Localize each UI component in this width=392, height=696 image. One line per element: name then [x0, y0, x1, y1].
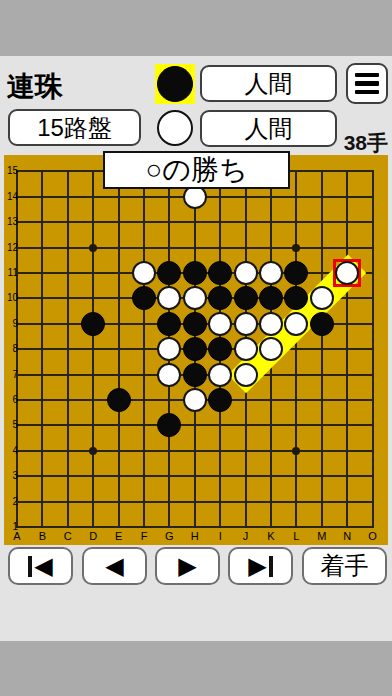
- grid-line-h: [16, 501, 374, 503]
- jump-to-start-button[interactable]: ◀: [8, 547, 73, 585]
- app-title: 連珠: [7, 68, 63, 106]
- black-player-type-button[interactable]: 人間: [200, 65, 337, 102]
- black-stone-I6: [208, 388, 232, 412]
- row-label-9: 9: [4, 318, 18, 330]
- black-player-turn-highlight[interactable]: [155, 64, 195, 104]
- white-stone-J9: [234, 312, 258, 336]
- grid-line-v: [372, 170, 374, 528]
- row-label-4: 4: [4, 445, 18, 457]
- win-banner: ○の勝ち: [103, 151, 290, 189]
- white-stone-K9: [259, 312, 283, 336]
- black-stone-icon: [157, 66, 193, 102]
- move-counter: 38手: [330, 129, 388, 157]
- black-stone-E6: [107, 388, 131, 412]
- white-player-type-button[interactable]: 人間: [200, 110, 337, 147]
- row-label-2: 2: [4, 496, 18, 508]
- white-stone-icon[interactable]: [157, 110, 193, 146]
- column-label-E: E: [109, 530, 129, 542]
- black-stone-F10: [132, 286, 156, 310]
- black-stone-J10: [234, 286, 258, 310]
- game-board[interactable]: 151413121110987654321ABCDEFGHIJKLMNO: [4, 155, 388, 545]
- column-label-K: K: [261, 530, 281, 542]
- step-back-button[interactable]: ◀: [82, 547, 147, 585]
- play-move-button[interactable]: 着手: [302, 547, 387, 585]
- bottom-background-band: [0, 641, 392, 696]
- bar-icon: [269, 556, 273, 577]
- row-label-6: 6: [4, 394, 18, 406]
- step-forward-button[interactable]: ▶: [155, 547, 220, 585]
- column-label-D: D: [83, 530, 103, 542]
- column-label-M: M: [312, 530, 332, 542]
- grid-line-v: [321, 170, 323, 528]
- star-point-L4: [292, 447, 300, 455]
- black-stone-H7: [183, 363, 207, 387]
- white-stone-G7: [157, 363, 181, 387]
- column-label-I: I: [210, 530, 230, 542]
- row-label-14: 14: [4, 191, 18, 203]
- grid-line-h: [16, 526, 374, 528]
- black-stone-M9: [310, 312, 334, 336]
- black-stone-G11: [157, 261, 181, 285]
- column-label-H: H: [185, 530, 205, 542]
- black-stone-I11: [208, 261, 232, 285]
- black-stone-H8: [183, 337, 207, 361]
- column-label-O: O: [363, 530, 383, 542]
- black-stone-H9: [183, 312, 207, 336]
- black-stone-G5: [157, 413, 181, 437]
- bar-icon: [28, 556, 32, 577]
- black-stone-K10: [259, 286, 283, 310]
- column-label-F: F: [134, 530, 154, 542]
- white-player-type-label: 人間: [245, 113, 293, 145]
- forward-arrow-icon: ▶: [178, 554, 196, 578]
- menu-button[interactable]: [346, 63, 388, 104]
- column-label-B: B: [32, 530, 52, 542]
- row-label-15: 15: [4, 165, 18, 177]
- white-stone-F11: [132, 261, 156, 285]
- row-label-13: 13: [4, 216, 18, 228]
- white-stone-J7: [234, 363, 258, 387]
- back-arrow-icon: ◀: [105, 554, 123, 578]
- white-stone-H6: [183, 388, 207, 412]
- column-label-N: N: [337, 530, 357, 542]
- row-label-5: 5: [4, 419, 18, 431]
- column-label-A: A: [7, 530, 27, 542]
- win-banner-text: ○の勝ち: [145, 151, 247, 189]
- column-label-G: G: [159, 530, 179, 542]
- jump-to-end-button[interactable]: ▶: [228, 547, 293, 585]
- column-label-C: C: [58, 530, 78, 542]
- star-point-D4: [89, 447, 97, 455]
- white-stone-G10: [157, 286, 181, 310]
- white-stone-H10: [183, 286, 207, 310]
- grid-line-v: [346, 170, 348, 528]
- row-label-7: 7: [4, 369, 18, 381]
- black-stone-I10: [208, 286, 232, 310]
- row-label-3: 3: [4, 470, 18, 482]
- hamburger-icon: [355, 73, 379, 78]
- rewind-icon: ◀: [34, 554, 52, 578]
- white-stone-M10: [310, 286, 334, 310]
- white-stone-L9: [284, 312, 308, 336]
- white-stone-K11: [259, 261, 283, 285]
- black-stone-D9: [81, 312, 105, 336]
- column-label-J: J: [236, 530, 256, 542]
- black-stone-H11: [183, 261, 207, 285]
- top-background-band: [0, 0, 392, 56]
- row-label-8: 8: [4, 343, 18, 355]
- white-stone-J8: [234, 337, 258, 361]
- white-stone-I9: [208, 312, 232, 336]
- white-stone-N11: [335, 261, 359, 285]
- black-stone-L11: [284, 261, 308, 285]
- star-point-D12: [89, 244, 97, 252]
- black-stone-I8: [208, 337, 232, 361]
- black-player-type-label: 人間: [245, 68, 293, 100]
- fast-forward-icon: ▶: [248, 554, 266, 578]
- board-size-label: 15路盤: [37, 112, 112, 144]
- white-stone-J11: [234, 261, 258, 285]
- white-stone-G8: [157, 337, 181, 361]
- white-stone-I7: [208, 363, 232, 387]
- star-point-L12: [292, 244, 300, 252]
- row-label-10: 10: [4, 292, 18, 304]
- app-screen: 連珠 人間 人間 15路盤 38手 151413121110987654321A…: [0, 0, 392, 696]
- black-stone-G9: [157, 312, 181, 336]
- column-label-L: L: [286, 530, 306, 542]
- white-stone-K8: [259, 337, 283, 361]
- row-label-11: 11: [4, 267, 18, 279]
- board-size-button[interactable]: 15路盤: [8, 109, 141, 146]
- play-move-label: 着手: [321, 550, 369, 582]
- row-label-12: 12: [4, 242, 18, 254]
